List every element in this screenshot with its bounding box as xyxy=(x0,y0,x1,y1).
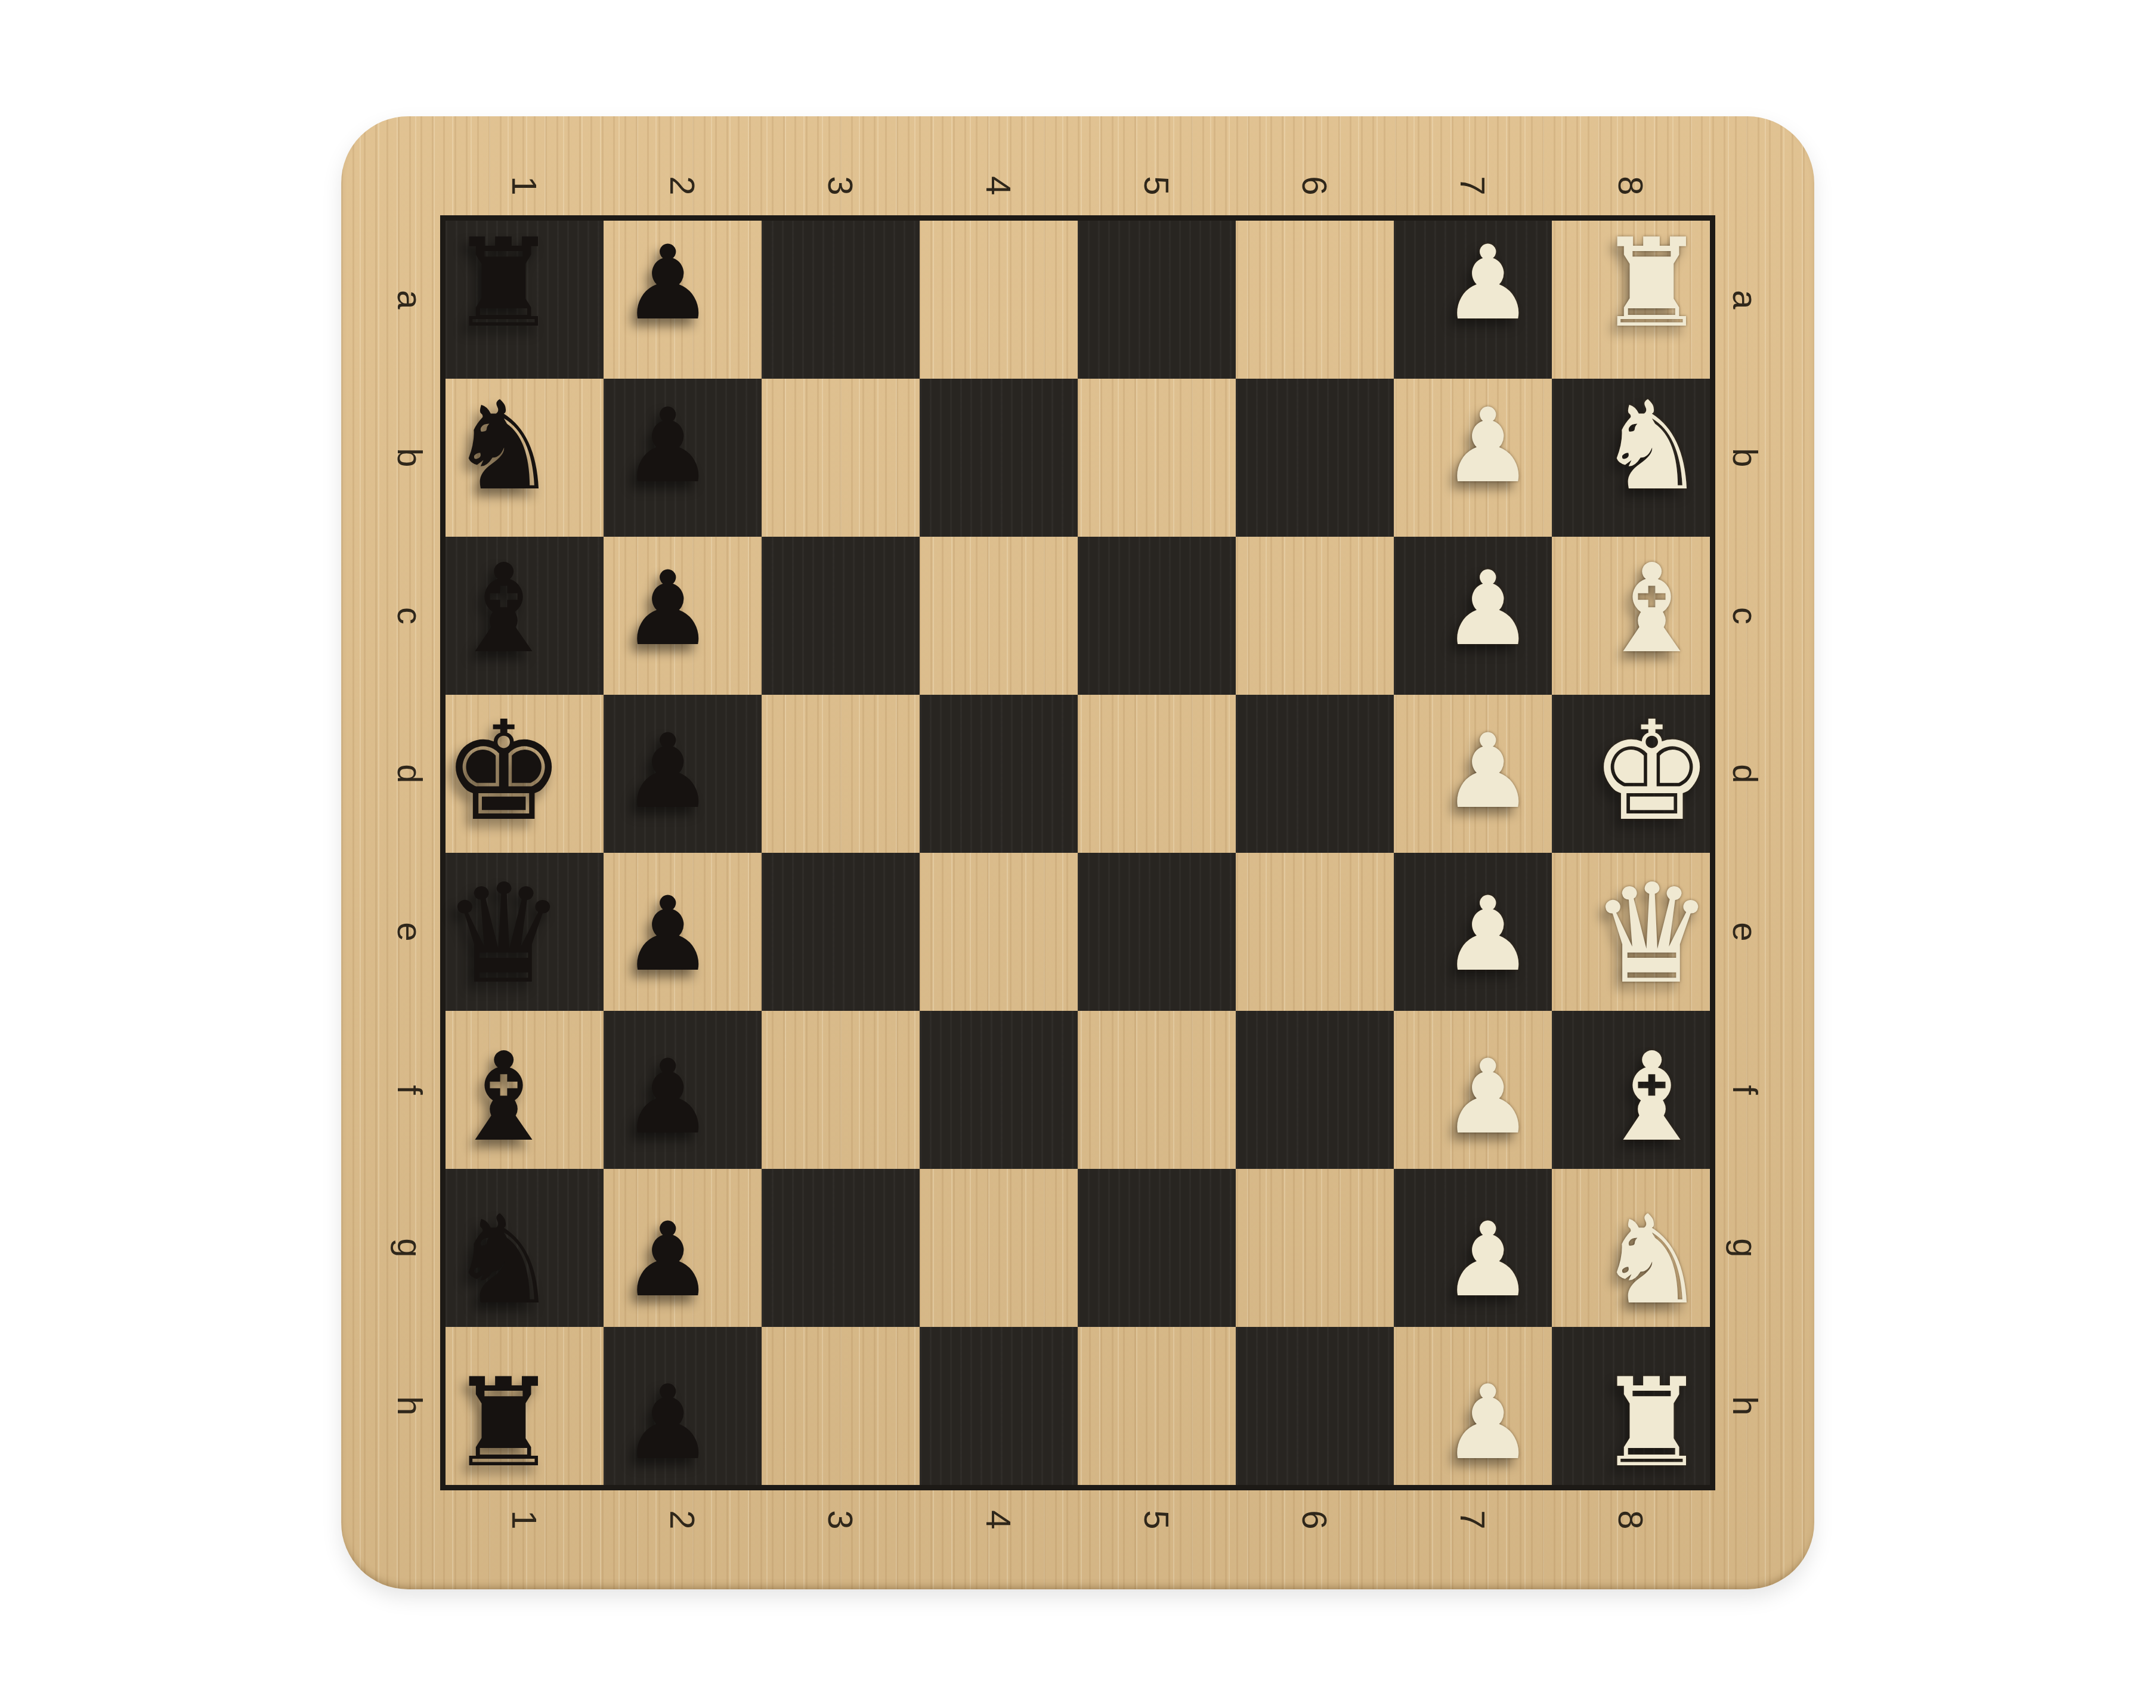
square-d2: ♟ xyxy=(604,695,762,853)
square-e5 xyxy=(1078,853,1236,1011)
square-a7: ♟ xyxy=(1394,221,1552,379)
black-rook-a1: ♜ xyxy=(449,222,559,344)
square-a1: ♜ xyxy=(446,221,604,379)
square-b8: ♞ xyxy=(1552,379,1710,537)
square-b6 xyxy=(1236,379,1394,537)
white-pawn-d7: ♟ xyxy=(1442,720,1533,823)
black-rook-h1: ♜ xyxy=(449,1362,559,1484)
black-bishop-f1: ♝ xyxy=(449,1036,559,1158)
square-f5 xyxy=(1078,1011,1236,1169)
white-bishop-f8: ♝ xyxy=(1597,1036,1707,1158)
white-rook-h8: ♜ xyxy=(1597,1362,1707,1484)
square-c6 xyxy=(1236,537,1394,695)
square-g7: ♟ xyxy=(1394,1169,1552,1327)
square-f4 xyxy=(920,1011,1078,1169)
white-rook-a8: ♜ xyxy=(1597,222,1707,344)
file-labels-right: abcdefgh xyxy=(1710,221,1814,1485)
white-pawn-f7: ♟ xyxy=(1442,1046,1533,1149)
rank-labels-bottom: 12345678 xyxy=(446,1485,1710,1589)
square-g1: ♞ xyxy=(446,1169,604,1327)
square-a5 xyxy=(1078,221,1236,379)
square-d6 xyxy=(1236,695,1394,853)
black-pawn-g2: ♟ xyxy=(621,1209,713,1311)
chess-board: 12345678 12345678 abcdefgh abcdefgh ♜♟♟♜… xyxy=(341,116,1814,1589)
square-f7: ♟ xyxy=(1394,1011,1552,1169)
square-e3 xyxy=(762,853,920,1011)
square-b5 xyxy=(1078,379,1236,537)
square-a6 xyxy=(1236,221,1394,379)
square-h5 xyxy=(1078,1327,1236,1485)
product-photo-canvas: 12345678 12345678 abcdefgh abcdefgh ♜♟♟♜… xyxy=(0,0,2156,1708)
square-f3 xyxy=(762,1011,920,1169)
square-d3 xyxy=(762,695,920,853)
white-pawn-h7: ♟ xyxy=(1442,1372,1533,1474)
square-b3 xyxy=(762,379,920,537)
square-b7: ♟ xyxy=(1394,379,1552,537)
rank-labels-top: 12345678 xyxy=(446,116,1710,221)
black-pawn-b2: ♟ xyxy=(621,395,713,497)
square-h8: ♜ xyxy=(1552,1327,1710,1485)
square-g4 xyxy=(920,1169,1078,1327)
square-h1: ♜ xyxy=(446,1327,604,1485)
black-bishop-c1: ♝ xyxy=(449,547,559,670)
black-knight-g1: ♞ xyxy=(449,1199,559,1321)
black-queen-e1: ♛ xyxy=(442,866,565,1003)
black-pawn-h2: ♟ xyxy=(621,1372,713,1474)
white-pawn-c7: ♟ xyxy=(1442,558,1533,660)
square-e7: ♟ xyxy=(1394,853,1552,1011)
square-f1: ♝ xyxy=(446,1011,604,1169)
square-a2: ♟ xyxy=(604,221,762,379)
square-g6 xyxy=(1236,1169,1394,1327)
square-h3 xyxy=(762,1327,920,1485)
square-d8: ♚ xyxy=(1552,695,1710,853)
black-pawn-f2: ♟ xyxy=(621,1046,713,1149)
square-e8: ♛ xyxy=(1552,853,1710,1011)
square-f8: ♝ xyxy=(1552,1011,1710,1169)
white-pawn-a7: ♟ xyxy=(1442,232,1533,335)
square-d5 xyxy=(1078,695,1236,853)
square-e1: ♛ xyxy=(446,853,604,1011)
square-c3 xyxy=(762,537,920,695)
square-c7: ♟ xyxy=(1394,537,1552,695)
square-h2: ♟ xyxy=(604,1327,762,1485)
square-e2: ♟ xyxy=(604,853,762,1011)
square-h7: ♟ xyxy=(1394,1327,1552,1485)
white-knight-b8: ♞ xyxy=(1597,385,1707,507)
white-king-d8: ♚ xyxy=(1590,703,1713,840)
square-g3 xyxy=(762,1169,920,1327)
white-pawn-b7: ♟ xyxy=(1442,395,1533,497)
square-e4 xyxy=(920,853,1078,1011)
square-b1: ♞ xyxy=(446,379,604,537)
black-pawn-e2: ♟ xyxy=(621,883,713,986)
square-c1: ♝ xyxy=(446,537,604,695)
black-pawn-a2: ♟ xyxy=(621,232,713,335)
square-c2: ♟ xyxy=(604,537,762,695)
square-e6 xyxy=(1236,853,1394,1011)
square-g5 xyxy=(1078,1169,1236,1327)
white-bishop-c8: ♝ xyxy=(1597,547,1707,670)
square-g8: ♞ xyxy=(1552,1169,1710,1327)
white-pawn-e7: ♟ xyxy=(1442,883,1533,986)
square-d7: ♟ xyxy=(1394,695,1552,853)
square-d4 xyxy=(920,695,1078,853)
square-a4 xyxy=(920,221,1078,379)
square-c8: ♝ xyxy=(1552,537,1710,695)
black-pawn-c2: ♟ xyxy=(621,558,713,660)
white-queen-e8: ♛ xyxy=(1590,866,1713,1003)
black-pawn-d2: ♟ xyxy=(621,720,713,823)
square-d1: ♚ xyxy=(446,695,604,853)
square-a3 xyxy=(762,221,920,379)
square-c4 xyxy=(920,537,1078,695)
square-a8: ♜ xyxy=(1552,221,1710,379)
black-king-d1: ♚ xyxy=(442,703,565,840)
square-f6 xyxy=(1236,1011,1394,1169)
square-b2: ♟ xyxy=(604,379,762,537)
square-g2: ♟ xyxy=(604,1169,762,1327)
square-h6 xyxy=(1236,1327,1394,1485)
white-knight-g8: ♞ xyxy=(1597,1199,1707,1321)
square-h4 xyxy=(920,1327,1078,1485)
square-c5 xyxy=(1078,537,1236,695)
square-f2: ♟ xyxy=(604,1011,762,1169)
square-b4 xyxy=(920,379,1078,537)
black-knight-b1: ♞ xyxy=(449,385,559,507)
board-grid: ♜♟♟♜♞♟♟♞♝♟♟♝♚♟♟♚♛♟♟♛♝♟♟♝♞♟♟♞♜♟♟♜ xyxy=(446,221,1710,1485)
file-labels-left: abcdefgh xyxy=(341,221,446,1485)
white-pawn-g7: ♟ xyxy=(1442,1209,1533,1311)
